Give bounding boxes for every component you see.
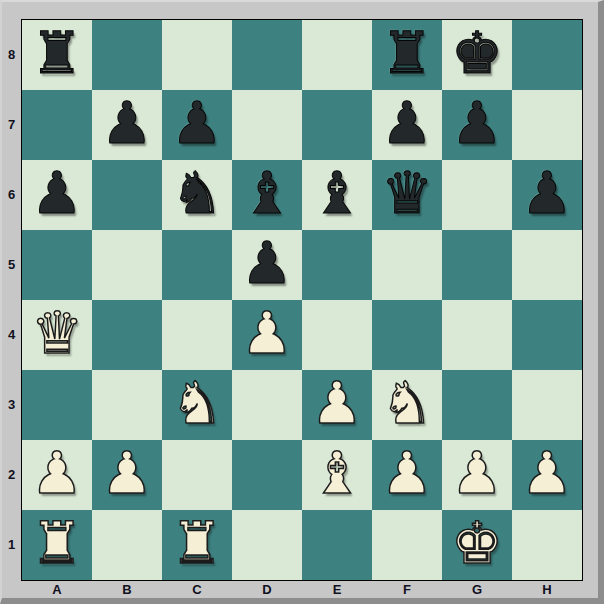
rank-label-5: 5	[2, 230, 21, 300]
square-f7[interactable]: ♟	[372, 90, 442, 160]
file-label-g: G	[442, 581, 512, 598]
chess-board: ♜♜♚♟♟♟♟♟♞♝♝♛♟♟♛♟♞♟♞♟♟♝♟♟♟♜♜♚	[21, 19, 583, 581]
white-king-g1[interactable]: ♚	[451, 514, 503, 572]
square-b5[interactable]	[92, 230, 162, 300]
square-b3[interactable]	[92, 370, 162, 440]
square-a2[interactable]: ♟	[22, 440, 92, 510]
white-pawn-f2[interactable]: ♟	[381, 444, 433, 502]
square-f4[interactable]	[372, 300, 442, 370]
white-knight-f3[interactable]: ♞	[381, 374, 433, 432]
white-pawn-a2[interactable]: ♟	[31, 444, 83, 502]
square-b4[interactable]	[92, 300, 162, 370]
black-pawn-h6[interactable]: ♟	[521, 164, 573, 222]
square-a7[interactable]	[22, 90, 92, 160]
black-bishop-e6[interactable]: ♝	[311, 164, 363, 222]
black-rook-a8[interactable]: ♜	[31, 24, 83, 82]
square-e1[interactable]	[302, 510, 372, 580]
square-g3[interactable]	[442, 370, 512, 440]
rank-label-4: 4	[2, 300, 21, 370]
square-c6[interactable]: ♞	[162, 160, 232, 230]
rank-label-8: 8	[2, 20, 21, 90]
square-a4[interactable]: ♛	[22, 300, 92, 370]
square-g7[interactable]: ♟	[442, 90, 512, 160]
square-a5[interactable]	[22, 230, 92, 300]
black-queen-f6[interactable]: ♛	[381, 164, 433, 222]
file-label-b: B	[92, 581, 162, 598]
file-label-d: D	[232, 581, 302, 598]
black-king-g8[interactable]: ♚	[451, 24, 503, 82]
square-c4[interactable]	[162, 300, 232, 370]
square-d6[interactable]: ♝	[232, 160, 302, 230]
square-b1[interactable]	[92, 510, 162, 580]
square-h5[interactable]	[512, 230, 582, 300]
square-e8[interactable]	[302, 20, 372, 90]
square-e5[interactable]	[302, 230, 372, 300]
square-e3[interactable]: ♟	[302, 370, 372, 440]
square-d1[interactable]	[232, 510, 302, 580]
square-d7[interactable]	[232, 90, 302, 160]
square-g2[interactable]: ♟	[442, 440, 512, 510]
square-d8[interactable]	[232, 20, 302, 90]
square-f5[interactable]	[372, 230, 442, 300]
square-h4[interactable]	[512, 300, 582, 370]
black-pawn-a6[interactable]: ♟	[31, 164, 83, 222]
square-g1[interactable]: ♚	[442, 510, 512, 580]
square-a1[interactable]: ♜	[22, 510, 92, 580]
white-knight-c3[interactable]: ♞	[171, 374, 223, 432]
file-label-c: C	[162, 581, 232, 598]
black-bishop-d6[interactable]: ♝	[241, 164, 293, 222]
file-label-h: H	[512, 581, 582, 598]
square-f8[interactable]: ♜	[372, 20, 442, 90]
square-h6[interactable]: ♟	[512, 160, 582, 230]
square-b8[interactable]	[92, 20, 162, 90]
square-g4[interactable]	[442, 300, 512, 370]
square-a8[interactable]: ♜	[22, 20, 92, 90]
square-d3[interactable]	[232, 370, 302, 440]
square-c8[interactable]	[162, 20, 232, 90]
square-h2[interactable]: ♟	[512, 440, 582, 510]
black-knight-c6[interactable]: ♞	[171, 164, 223, 222]
square-e7[interactable]	[302, 90, 372, 160]
file-label-a: A	[22, 581, 92, 598]
white-pawn-b2[interactable]: ♟	[101, 444, 153, 502]
square-h1[interactable]	[512, 510, 582, 580]
square-c7[interactable]: ♟	[162, 90, 232, 160]
square-d2[interactable]	[232, 440, 302, 510]
file-label-e: E	[302, 581, 372, 598]
white-queen-a4[interactable]: ♛	[31, 304, 83, 362]
square-b7[interactable]: ♟	[92, 90, 162, 160]
square-f2[interactable]: ♟	[372, 440, 442, 510]
black-rook-f8[interactable]: ♜	[381, 24, 433, 82]
file-label-f: F	[372, 581, 442, 598]
square-f1[interactable]	[372, 510, 442, 580]
white-rook-a1[interactable]: ♜	[31, 514, 83, 572]
square-a3[interactable]	[22, 370, 92, 440]
square-a6[interactable]: ♟	[22, 160, 92, 230]
white-rook-c1[interactable]: ♜	[171, 514, 223, 572]
square-c5[interactable]	[162, 230, 232, 300]
square-d5[interactable]: ♟	[232, 230, 302, 300]
rank-label-7: 7	[2, 90, 21, 160]
rank-label-2: 2	[2, 440, 21, 510]
white-pawn-h2[interactable]: ♟	[521, 444, 573, 502]
black-pawn-d5[interactable]: ♟	[241, 234, 293, 292]
square-e6[interactable]: ♝	[302, 160, 372, 230]
square-g5[interactable]	[442, 230, 512, 300]
white-bishop-e2[interactable]: ♝	[311, 444, 363, 502]
white-pawn-g2[interactable]: ♟	[451, 444, 503, 502]
square-c3[interactable]: ♞	[162, 370, 232, 440]
square-e2[interactable]: ♝	[302, 440, 372, 510]
rank-label-6: 6	[2, 160, 21, 230]
chess-diagram-frame: ♜♜♚♟♟♟♟♟♞♝♝♛♟♟♛♟♞♟♞♟♟♝♟♟♟♜♜♚ 87654321 AB…	[0, 0, 604, 604]
black-pawn-c7[interactable]: ♟	[171, 94, 223, 152]
rank-label-3: 3	[2, 370, 21, 440]
square-c2[interactable]	[162, 440, 232, 510]
black-pawn-f7[interactable]: ♟	[381, 94, 433, 152]
white-pawn-e3[interactable]: ♟	[311, 374, 363, 432]
square-f3[interactable]: ♞	[372, 370, 442, 440]
square-f6[interactable]: ♛	[372, 160, 442, 230]
white-pawn-d4[interactable]: ♟	[241, 304, 293, 362]
black-pawn-g7[interactable]: ♟	[451, 94, 503, 152]
square-d4[interactable]: ♟	[232, 300, 302, 370]
black-pawn-b7[interactable]: ♟	[101, 94, 153, 152]
square-h3[interactable]	[512, 370, 582, 440]
square-b6[interactable]	[92, 160, 162, 230]
square-b2[interactable]: ♟	[92, 440, 162, 510]
square-h7[interactable]	[512, 90, 582, 160]
rank-label-1: 1	[2, 510, 21, 580]
square-g8[interactable]: ♚	[442, 20, 512, 90]
square-e4[interactable]	[302, 300, 372, 370]
square-g6[interactable]	[442, 160, 512, 230]
square-h8[interactable]	[512, 20, 582, 90]
square-c1[interactable]: ♜	[162, 510, 232, 580]
